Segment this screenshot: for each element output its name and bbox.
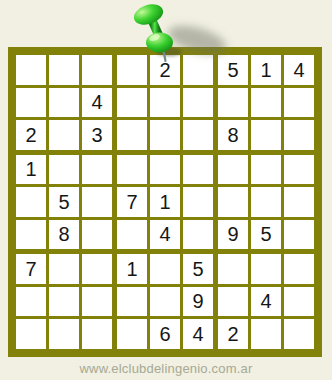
cell-r3c4[interactable] [117,120,147,150]
block-1-3: 5148 [218,55,314,150]
cell-r4c9[interactable] [284,155,314,185]
cell-r3c2[interactable] [49,120,79,150]
cell-r1c4[interactable] [117,55,147,85]
block-3-3: 42 [218,254,314,349]
cell-r7c5[interactable] [150,254,180,284]
cell-r8c9[interactable] [284,287,314,317]
cell-r8c7[interactable] [218,287,248,317]
cell-r9c9[interactable] [284,319,314,349]
block-1-2: 2 [117,55,213,150]
cell-r4c7[interactable] [218,155,248,185]
cell-r4c3[interactable] [82,155,112,185]
cell-r2c1[interactable] [16,88,46,118]
cell-r4c8[interactable] [251,155,281,185]
cell-r1c3[interactable] [82,55,112,85]
cell-r2c7[interactable] [218,88,248,118]
cell-r1c2[interactable] [49,55,79,85]
cell-r3c1[interactable]: 2 [16,120,46,150]
cell-r7c8[interactable] [251,254,281,284]
cell-r6c6[interactable] [183,220,213,250]
cell-r2c4[interactable] [117,88,147,118]
pin-cap [131,1,165,28]
cell-r3c8[interactable] [251,120,281,150]
cell-r8c5[interactable] [150,287,180,317]
cell-r5c5[interactable]: 1 [150,187,180,217]
cell-r5c9[interactable] [284,187,314,217]
cell-r5c3[interactable] [82,187,112,217]
cell-r6c1[interactable] [16,220,46,250]
cell-r8c6[interactable]: 9 [183,287,213,317]
cell-r6c7[interactable]: 9 [218,220,248,250]
cell-r1c8[interactable]: 1 [251,55,281,85]
cell-r5c4[interactable]: 7 [117,187,147,217]
cell-r6c3[interactable] [82,220,112,250]
cell-r1c6[interactable] [183,55,213,85]
cell-r1c7[interactable]: 5 [218,55,248,85]
watermark-url: www.elclubdelingenio.com.ar [0,361,332,376]
cell-r1c9[interactable]: 4 [284,55,314,85]
pin-stem [151,18,159,36]
cell-r7c7[interactable] [218,254,248,284]
cell-r6c2[interactable]: 8 [49,220,79,250]
block-3-1: 7 [16,254,112,349]
cell-r7c3[interactable] [82,254,112,284]
cell-r6c8[interactable]: 5 [251,220,281,250]
cell-r3c7[interactable]: 8 [218,120,248,150]
cell-r8c3[interactable] [82,287,112,317]
cell-r2c2[interactable] [49,88,79,118]
cell-r3c6[interactable] [183,120,213,150]
block-3-2: 15964 [117,254,213,349]
cell-r8c4[interactable] [117,287,147,317]
cell-r2c6[interactable] [183,88,213,118]
cell-r2c3[interactable]: 4 [82,88,112,118]
cell-r2c5[interactable] [150,88,180,118]
cell-r5c1[interactable] [16,187,46,217]
cell-r2c8[interactable] [251,88,281,118]
cell-r9c4[interactable] [117,319,147,349]
cell-r7c9[interactable] [284,254,314,284]
sudoku-board: 423251481587149571596442 [8,47,322,357]
cell-r9c2[interactable] [49,319,79,349]
cell-r4c6[interactable] [183,155,213,185]
block-1-1: 423 [16,55,112,150]
cell-r3c9[interactable] [284,120,314,150]
cell-r9c3[interactable] [82,319,112,349]
cell-r3c3[interactable]: 3 [82,120,112,150]
cell-r6c4[interactable] [117,220,147,250]
cell-r7c2[interactable] [49,254,79,284]
cell-r4c1[interactable]: 1 [16,155,46,185]
cell-r2c9[interactable] [284,88,314,118]
cell-r9c7[interactable]: 2 [218,319,248,349]
cell-r7c6[interactable]: 5 [183,254,213,284]
cell-r7c1[interactable]: 7 [16,254,46,284]
pin-base-highlight [148,33,160,42]
cell-r1c5[interactable]: 2 [150,55,180,85]
cell-r4c4[interactable] [117,155,147,185]
cell-r6c9[interactable] [284,220,314,250]
cell-r7c4[interactable]: 1 [117,254,147,284]
cell-r5c7[interactable] [218,187,248,217]
cell-r9c1[interactable] [16,319,46,349]
cell-r8c2[interactable] [49,287,79,317]
block-2-1: 158 [16,155,112,250]
cell-r8c8[interactable]: 4 [251,287,281,317]
cell-r4c5[interactable] [150,155,180,185]
block-2-3: 95 [218,155,314,250]
block-2-2: 714 [117,155,213,250]
cell-r9c6[interactable]: 4 [183,319,213,349]
cell-r5c6[interactable] [183,187,213,217]
cell-r9c5[interactable]: 6 [150,319,180,349]
cell-r6c5[interactable]: 4 [150,220,180,250]
cell-r8c1[interactable] [16,287,46,317]
cell-r1c1[interactable] [16,55,46,85]
cell-r5c2[interactable]: 5 [49,187,79,217]
cell-r9c8[interactable] [251,319,281,349]
cell-r4c2[interactable] [49,155,79,185]
cell-r3c5[interactable] [150,120,180,150]
cell-r5c8[interactable] [251,187,281,217]
